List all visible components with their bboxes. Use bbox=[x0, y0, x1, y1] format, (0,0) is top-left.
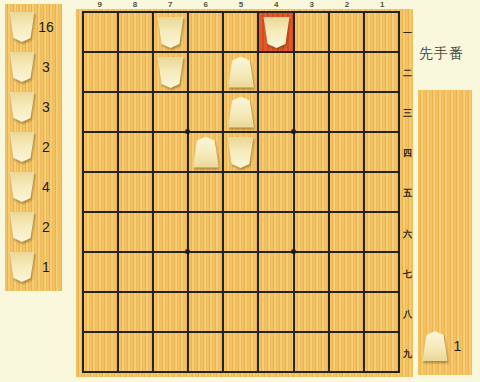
board-cell-8-3[interactable] bbox=[119, 93, 152, 131]
board-cell-8-8[interactable] bbox=[119, 293, 152, 331]
board-cell-5-5[interactable] bbox=[224, 173, 257, 211]
board-cell-2-9[interactable] bbox=[330, 333, 363, 371]
board-cell-6-4[interactable]: 銀将 bbox=[189, 133, 222, 171]
board-cell-6-8[interactable] bbox=[189, 293, 222, 331]
board-cell-5-4[interactable]: 歩兵 bbox=[224, 133, 257, 171]
hand-row-sente-歩兵[interactable]: 歩兵1 bbox=[418, 326, 472, 366]
hand-piece-gote-飛車-wrap: 飛車 bbox=[5, 252, 35, 282]
board-cell-4-5[interactable] bbox=[259, 173, 292, 211]
board-cell-2-7[interactable] bbox=[330, 253, 363, 291]
hand-count: 4 bbox=[35, 179, 57, 195]
hand-piece-gote-桂馬-kanji: 桂馬 bbox=[16, 92, 28, 93]
shogi-piece-5-2[interactable]: 飛車 bbox=[227, 57, 254, 88]
hand-piece-gote-銀将-kanji: 銀将 bbox=[16, 132, 28, 133]
board-cell-4-1[interactable]: 王将 bbox=[259, 13, 292, 51]
shogi-piece-4-1-kanji: 王将 bbox=[270, 17, 283, 18]
shogi-piece-5-3-kanji: 銀将 bbox=[235, 127, 248, 128]
board-cell-1-1[interactable] bbox=[365, 13, 398, 51]
board-cell-2-2[interactable] bbox=[330, 53, 363, 91]
hand-piece-gote-角行[interactable]: 角行 bbox=[9, 212, 35, 242]
shogi-piece-4-1[interactable]: 王将 bbox=[263, 17, 290, 48]
board-cell-4-8[interactable] bbox=[259, 293, 292, 331]
file-label-9: 9 bbox=[82, 0, 117, 9]
hand-piece-gote-金将[interactable]: 金将 bbox=[9, 172, 35, 202]
board-cell-3-2[interactable] bbox=[295, 53, 328, 91]
board-cell-1-3[interactable] bbox=[365, 93, 398, 131]
hand-piece-sente-歩兵-kanji: 歩兵 bbox=[429, 360, 441, 361]
board-cell-1-7[interactable] bbox=[365, 253, 398, 291]
board-cell-4-4[interactable] bbox=[259, 133, 292, 171]
board-cell-6-1[interactable] bbox=[189, 13, 222, 51]
file-labels: 987654321 bbox=[82, 0, 400, 9]
board-cell-6-3[interactable] bbox=[189, 93, 222, 131]
board-cell-7-6[interactable] bbox=[154, 213, 187, 251]
board-cell-3-8[interactable] bbox=[295, 293, 328, 331]
hand-piece-gote-桂馬[interactable]: 桂馬 bbox=[9, 92, 35, 122]
board-cell-2-8[interactable] bbox=[330, 293, 363, 331]
board-cell-7-2[interactable]: 香車 bbox=[154, 53, 187, 91]
hand-row-gote-桂馬[interactable]: 桂馬3 bbox=[5, 87, 62, 127]
hand-piece-gote-飛車[interactable]: 飛車 bbox=[9, 252, 35, 282]
hand-row-gote-角行[interactable]: 角行2 bbox=[5, 207, 62, 247]
shogi-piece-6-4-kanji: 銀将 bbox=[200, 167, 213, 168]
board-cell-4-7[interactable] bbox=[259, 253, 292, 291]
shogi-piece-5-4-kanji: 歩兵 bbox=[235, 137, 248, 138]
board-cell-5-8[interactable] bbox=[224, 293, 257, 331]
shogi-board: 桂馬王将香車飛車銀将銀将歩兵 bbox=[76, 9, 413, 377]
rank-label-八: 八 bbox=[402, 294, 413, 334]
board-cell-3-7[interactable] bbox=[295, 253, 328, 291]
hand-count: 16 bbox=[35, 19, 57, 35]
shogi-piece-5-3[interactable]: 銀将 bbox=[227, 97, 254, 128]
board-cell-6-7[interactable] bbox=[189, 253, 222, 291]
board-cell-7-7[interactable] bbox=[154, 253, 187, 291]
hand-piece-gote-歩兵-kanji: 歩兵 bbox=[16, 12, 28, 13]
hand-row-gote-金将[interactable]: 金将4 bbox=[5, 167, 62, 207]
hand-piece-gote-銀将[interactable]: 銀将 bbox=[9, 132, 35, 162]
board-cell-4-3[interactable] bbox=[259, 93, 292, 131]
board-cell-6-5[interactable] bbox=[189, 173, 222, 211]
board-cell-5-6[interactable] bbox=[224, 213, 257, 251]
board-cell-9-6[interactable] bbox=[84, 213, 117, 251]
board-cell-5-2[interactable]: 飛車 bbox=[224, 53, 257, 91]
hand-piece-gote-角行-wrap: 角行 bbox=[5, 212, 35, 242]
file-label-4: 4 bbox=[259, 0, 294, 9]
shogi-piece-4-1-wrap: 王将 bbox=[263, 17, 290, 48]
hand-count: 3 bbox=[35, 99, 57, 115]
hand-count: 2 bbox=[35, 139, 57, 155]
hand-count: 1 bbox=[35, 259, 57, 275]
shogi-piece-5-2-kanji: 飛車 bbox=[235, 87, 248, 88]
rank-label-五: 五 bbox=[402, 174, 413, 214]
shogi-piece-7-1-wrap: 桂馬 bbox=[157, 17, 184, 48]
board-cell-2-6[interactable] bbox=[330, 213, 363, 251]
hand-piece-gote-銀将-wrap: 銀将 bbox=[5, 132, 35, 162]
shogi-piece-7-2-wrap: 香車 bbox=[157, 57, 184, 88]
board-cell-4-6[interactable] bbox=[259, 213, 292, 251]
board-cell-6-6[interactable] bbox=[189, 213, 222, 251]
hand-count: 2 bbox=[35, 219, 57, 235]
file-label-7: 7 bbox=[153, 0, 188, 9]
board-cell-3-3[interactable] bbox=[295, 93, 328, 131]
rank-label-四: 四 bbox=[402, 134, 413, 174]
board-cell-2-4[interactable] bbox=[330, 133, 363, 171]
file-label-2: 2 bbox=[329, 0, 364, 9]
rank-label-一: 一 bbox=[402, 13, 413, 53]
rank-label-六: 六 bbox=[402, 214, 413, 254]
board-cell-6-2[interactable] bbox=[189, 53, 222, 91]
board-cell-8-2[interactable] bbox=[119, 53, 152, 91]
file-label-6: 6 bbox=[188, 0, 223, 9]
board-cell-8-7[interactable] bbox=[119, 253, 152, 291]
board-cell-8-6[interactable] bbox=[119, 213, 152, 251]
hand-piece-gote-金将-wrap: 金将 bbox=[5, 172, 35, 202]
board-cell-1-8[interactable] bbox=[365, 293, 398, 331]
board-cell-1-9[interactable] bbox=[365, 333, 398, 371]
board-cell-2-3[interactable] bbox=[330, 93, 363, 131]
hand-piece-sente-歩兵[interactable]: 歩兵 bbox=[422, 331, 448, 361]
file-label-3: 3 bbox=[294, 0, 329, 9]
star-point bbox=[185, 249, 190, 254]
board-cell-9-5[interactable] bbox=[84, 173, 117, 211]
shogi-piece-5-4-wrap: 歩兵 bbox=[227, 137, 254, 168]
board-cell-9-8[interactable] bbox=[84, 293, 117, 331]
shogi-app: 歩兵16香車3桂馬3銀将2金将4角行2飛車1 987654321 桂馬王将香車飛… bbox=[0, 0, 480, 382]
shogi-piece-7-1-kanji: 桂馬 bbox=[164, 17, 177, 18]
rank-label-二: 二 bbox=[402, 53, 413, 93]
hand-piece-gote-金将-kanji: 金将 bbox=[16, 172, 28, 173]
hand-row-gote-飛車[interactable]: 飛車1 bbox=[5, 247, 62, 287]
board-cell-9-4[interactable] bbox=[84, 133, 117, 171]
rank-label-三: 三 bbox=[402, 93, 413, 133]
board-cell-5-3[interactable]: 銀将 bbox=[224, 93, 257, 131]
board-cell-9-3[interactable] bbox=[84, 93, 117, 131]
hand-row-gote-銀将[interactable]: 銀将2 bbox=[5, 127, 62, 167]
board-cell-7-9[interactable] bbox=[154, 333, 187, 371]
hand-piece-sente-歩兵-wrap: 歩兵 bbox=[418, 331, 448, 361]
board-cell-8-9[interactable] bbox=[119, 333, 152, 371]
file-label-5: 5 bbox=[223, 0, 258, 9]
star-point bbox=[185, 129, 190, 134]
board-cell-3-6[interactable] bbox=[295, 213, 328, 251]
board-cell-2-1[interactable] bbox=[330, 13, 363, 51]
board-cell-9-2[interactable] bbox=[84, 53, 117, 91]
board-cell-8-5[interactable] bbox=[119, 173, 152, 211]
shogi-piece-6-4-wrap: 銀将 bbox=[192, 137, 219, 168]
shogi-piece-5-2-wrap: 飛車 bbox=[227, 57, 254, 88]
hand-row-gote-香車[interactable]: 香車3 bbox=[5, 47, 62, 87]
board-cell-4-2[interactable] bbox=[259, 53, 292, 91]
board-cell-3-5[interactable] bbox=[295, 173, 328, 211]
board-cell-1-6[interactable] bbox=[365, 213, 398, 251]
board-cell-2-5[interactable] bbox=[330, 173, 363, 211]
shogi-piece-7-1[interactable]: 桂馬 bbox=[157, 17, 184, 48]
file-label-1: 1 bbox=[365, 0, 400, 9]
hand-piece-gote-香車-wrap: 香車 bbox=[5, 52, 35, 82]
hand-count: 1 bbox=[448, 338, 467, 354]
board-cell-8-1[interactable] bbox=[119, 13, 152, 51]
board-cell-7-4[interactable] bbox=[154, 133, 187, 171]
board-cell-5-9[interactable] bbox=[224, 333, 257, 371]
board-cell-9-9[interactable] bbox=[84, 333, 117, 371]
hand-piece-gote-歩兵-wrap: 歩兵 bbox=[5, 12, 35, 42]
board-cell-7-1[interactable]: 桂馬 bbox=[154, 13, 187, 51]
shogi-piece-5-3-wrap: 銀将 bbox=[227, 97, 254, 128]
board-cell-9-1[interactable] bbox=[84, 13, 117, 51]
board-cell-3-4[interactable] bbox=[295, 133, 328, 171]
shogi-piece-6-4[interactable]: 銀将 bbox=[192, 137, 219, 168]
rank-labels: 一二三四五六七八九 bbox=[402, 13, 413, 375]
board-cell-7-5[interactable] bbox=[154, 173, 187, 211]
shogi-piece-7-2[interactable]: 香車 bbox=[157, 57, 184, 88]
star-point bbox=[291, 129, 296, 134]
board-cell-5-1[interactable] bbox=[224, 13, 257, 51]
board-cell-4-9[interactable] bbox=[259, 333, 292, 371]
board-cell-3-1[interactable] bbox=[295, 13, 328, 51]
hand-piece-gote-桂馬-wrap: 桂馬 bbox=[5, 92, 35, 122]
hand-piece-gote-飛車-kanji: 飛車 bbox=[16, 252, 28, 253]
board-cell-6-9[interactable] bbox=[189, 333, 222, 371]
star-point bbox=[291, 249, 296, 254]
hand-piece-gote-香車-kanji: 香車 bbox=[16, 52, 28, 53]
board-cell-9-7[interactable] bbox=[84, 253, 117, 291]
board-cell-1-4[interactable] bbox=[365, 133, 398, 171]
shogi-piece-7-2-kanji: 香車 bbox=[164, 57, 177, 58]
board-cell-3-9[interactable] bbox=[295, 333, 328, 371]
sente-captured-tray: 歩兵1 bbox=[418, 90, 472, 375]
shogi-piece-5-4[interactable]: 歩兵 bbox=[227, 137, 254, 168]
board-cell-7-8[interactable] bbox=[154, 293, 187, 331]
hand-piece-gote-歩兵[interactable]: 歩兵 bbox=[9, 12, 35, 42]
turn-indicator: 先手番 bbox=[419, 45, 464, 63]
gote-captured-tray: 歩兵16香車3桂馬3銀将2金将4角行2飛車1 bbox=[5, 4, 62, 291]
hand-piece-gote-香車[interactable]: 香車 bbox=[9, 52, 35, 82]
board-cell-1-2[interactable] bbox=[365, 53, 398, 91]
file-label-8: 8 bbox=[117, 0, 152, 9]
board-cell-1-5[interactable] bbox=[365, 173, 398, 211]
board-cell-8-4[interactable] bbox=[119, 133, 152, 171]
hand-piece-gote-角行-kanji: 角行 bbox=[16, 212, 28, 213]
board-grid: 桂馬王将香車飛車銀将銀将歩兵 bbox=[82, 11, 400, 373]
board-cell-7-3[interactable] bbox=[154, 93, 187, 131]
rank-label-七: 七 bbox=[402, 254, 413, 294]
board-cell-5-7[interactable] bbox=[224, 253, 257, 291]
hand-count: 3 bbox=[35, 59, 57, 75]
rank-label-九: 九 bbox=[402, 335, 413, 375]
hand-row-gote-歩兵[interactable]: 歩兵16 bbox=[5, 7, 62, 47]
